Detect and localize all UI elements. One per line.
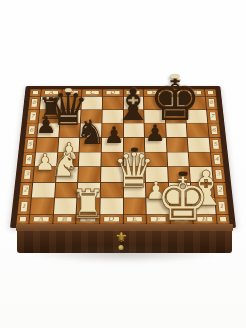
file-label-a-plaque: A — [32, 216, 49, 222]
piece-white-king-g1[interactable]: ♚ — [156, 169, 210, 229]
rank-label-5-plaque: 5 — [211, 140, 220, 150]
rank-label-4-plaque: 4 — [24, 154, 33, 164]
square-e1[interactable] — [123, 199, 145, 215]
corner-plaque — [218, 216, 227, 222]
rank-label-5-plaque: 5 — [26, 140, 35, 150]
square-c3[interactable] — [78, 167, 100, 182]
piece-white-knight-b4[interactable]: ♞ — [49, 147, 79, 181]
rank-label-4: 4 — [22, 152, 35, 166]
corner — [205, 89, 216, 96]
rank-label-7: 7 — [207, 110, 219, 123]
file-label-e: E — [123, 215, 146, 224]
corner-plaque — [18, 216, 27, 222]
rank-label-8: 8 — [206, 97, 218, 110]
square-a2[interactable] — [32, 183, 55, 198]
rank-label-6-plaque: 6 — [210, 125, 219, 134]
corner — [217, 215, 230, 224]
brass-clasp-icon[interactable]: ⚜ — [115, 230, 128, 244]
rank-label-2-plaque: 2 — [21, 185, 31, 196]
file-label-a: A — [29, 215, 52, 224]
rank-label-8-plaque: 8 — [207, 98, 216, 107]
rank-label-6: 6 — [208, 124, 220, 137]
rank-label-1: 1 — [17, 199, 30, 215]
file-label-e-plaque: E — [126, 216, 143, 222]
ground-shadow — [28, 247, 220, 263]
king-crown-tip — [171, 74, 180, 78]
corner — [16, 215, 29, 224]
square-h5[interactable] — [188, 138, 210, 152]
square-c4[interactable] — [79, 152, 101, 166]
rank-label-2: 2 — [19, 183, 32, 198]
piece-black-pawn-a7[interactable]: ♟ — [36, 114, 57, 137]
rank-label-7-plaque: 7 — [209, 112, 218, 121]
queen-crown-tip — [131, 148, 138, 152]
chess-set-photo: ABCDEFGH8877665544332211ABCDEFGH ⚜ ♜♛♟♝♚… — [0, 0, 246, 328]
king-crown-tip — [178, 172, 187, 176]
square-a1[interactable] — [30, 199, 53, 215]
rank-label-1-plaque: 1 — [19, 201, 29, 212]
piece-white-rook-c1[interactable]: ♜ — [70, 184, 106, 224]
rank-label-3: 3 — [21, 167, 34, 182]
queen-crown-tip — [65, 88, 72, 92]
rank-label-5: 5 — [210, 138, 222, 152]
piece-black-knight-c6[interactable]: ♞ — [76, 115, 106, 149]
rank-label-3-plaque: 3 — [23, 169, 32, 179]
square-g5[interactable] — [167, 138, 189, 152]
corner-plaque — [207, 90, 215, 95]
